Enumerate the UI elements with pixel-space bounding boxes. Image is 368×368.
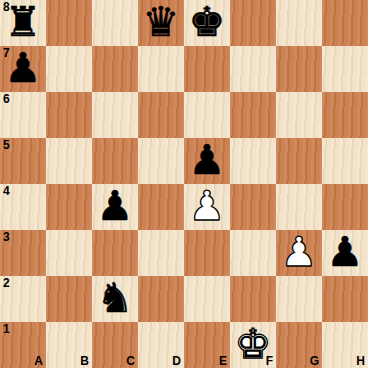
square-c1[interactable]: C xyxy=(92,322,138,368)
white-pawn[interactable]: ♟ xyxy=(184,184,230,230)
black-king[interactable]: ♚ xyxy=(184,0,230,46)
square-d5[interactable] xyxy=(138,138,184,184)
rank-label-5: 5 xyxy=(3,138,10,152)
file-label-d: D xyxy=(172,354,181,368)
black-pawn[interactable]: ♟ xyxy=(322,230,368,276)
square-g8[interactable] xyxy=(276,0,322,46)
square-h6[interactable] xyxy=(322,92,368,138)
square-e6[interactable] xyxy=(184,92,230,138)
black-queen[interactable]: ♛ xyxy=(138,0,184,46)
square-g5[interactable] xyxy=(276,138,322,184)
square-h5[interactable] xyxy=(322,138,368,184)
square-a6[interactable]: 6 xyxy=(0,92,46,138)
square-f7[interactable] xyxy=(230,46,276,92)
file-label-g: G xyxy=(310,354,319,368)
square-a4[interactable]: 4 xyxy=(0,184,46,230)
white-pawn[interactable]: ♟ xyxy=(276,230,322,276)
square-h7[interactable] xyxy=(322,46,368,92)
square-d6[interactable] xyxy=(138,92,184,138)
square-d7[interactable] xyxy=(138,46,184,92)
file-label-b: B xyxy=(80,354,89,368)
square-c3[interactable] xyxy=(92,230,138,276)
square-h4[interactable] xyxy=(322,184,368,230)
square-a3[interactable]: 3 xyxy=(0,230,46,276)
square-f3[interactable] xyxy=(230,230,276,276)
square-e1[interactable]: E xyxy=(184,322,230,368)
square-e5[interactable]: ♟ xyxy=(184,138,230,184)
rank-label-4: 4 xyxy=(3,184,10,198)
square-a1[interactable]: 1A xyxy=(0,322,46,368)
square-g4[interactable] xyxy=(276,184,322,230)
square-c7[interactable] xyxy=(92,46,138,92)
square-a7[interactable]: 7♟ xyxy=(0,46,46,92)
square-b5[interactable] xyxy=(46,138,92,184)
file-label-h: H xyxy=(356,354,365,368)
square-c4[interactable]: ♟ xyxy=(92,184,138,230)
rank-label-7: 7 xyxy=(3,46,10,60)
square-d1[interactable]: D xyxy=(138,322,184,368)
square-f8[interactable] xyxy=(230,0,276,46)
square-b8[interactable] xyxy=(46,0,92,46)
square-b3[interactable] xyxy=(46,230,92,276)
square-b2[interactable] xyxy=(46,276,92,322)
square-d8[interactable]: ♛ xyxy=(138,0,184,46)
rank-label-8: 8 xyxy=(3,0,10,14)
square-e3[interactable] xyxy=(184,230,230,276)
square-g6[interactable] xyxy=(276,92,322,138)
square-h8[interactable] xyxy=(322,0,368,46)
square-e7[interactable] xyxy=(184,46,230,92)
square-b1[interactable]: B xyxy=(46,322,92,368)
square-f2[interactable] xyxy=(230,276,276,322)
square-b4[interactable] xyxy=(46,184,92,230)
file-label-a: A xyxy=(34,354,43,368)
square-f5[interactable] xyxy=(230,138,276,184)
square-a8[interactable]: 8♜ xyxy=(0,0,46,46)
square-c8[interactable] xyxy=(92,0,138,46)
rank-label-3: 3 xyxy=(3,230,10,244)
square-c5[interactable] xyxy=(92,138,138,184)
square-f6[interactable] xyxy=(230,92,276,138)
square-f1[interactable]: F♚ xyxy=(230,322,276,368)
square-c6[interactable] xyxy=(92,92,138,138)
square-g3[interactable]: ♟ xyxy=(276,230,322,276)
square-h1[interactable]: H xyxy=(322,322,368,368)
file-label-e: E xyxy=(219,354,227,368)
square-e2[interactable] xyxy=(184,276,230,322)
square-h3[interactable]: ♟ xyxy=(322,230,368,276)
chess-board: 8♜♛♚7♟65♟4♟♟3♟♟2♞1ABCDEF♚GH xyxy=(0,0,368,368)
file-label-c: C xyxy=(126,354,135,368)
rank-label-6: 6 xyxy=(3,92,10,106)
black-pawn[interactable]: ♟ xyxy=(92,184,138,230)
square-d3[interactable] xyxy=(138,230,184,276)
square-e4[interactable]: ♟ xyxy=(184,184,230,230)
rank-label-1: 1 xyxy=(3,322,10,336)
square-d4[interactable] xyxy=(138,184,184,230)
black-knight[interactable]: ♞ xyxy=(92,276,138,322)
file-label-f: F xyxy=(266,354,273,368)
square-h2[interactable] xyxy=(322,276,368,322)
square-g1[interactable]: G xyxy=(276,322,322,368)
square-c2[interactable]: ♞ xyxy=(92,276,138,322)
square-g7[interactable] xyxy=(276,46,322,92)
square-a2[interactable]: 2 xyxy=(0,276,46,322)
square-d2[interactable] xyxy=(138,276,184,322)
rank-label-2: 2 xyxy=(3,276,10,290)
square-e8[interactable]: ♚ xyxy=(184,0,230,46)
square-a5[interactable]: 5 xyxy=(0,138,46,184)
square-b6[interactable] xyxy=(46,92,92,138)
square-f4[interactable] xyxy=(230,184,276,230)
square-g2[interactable] xyxy=(276,276,322,322)
square-b7[interactable] xyxy=(46,46,92,92)
black-pawn[interactable]: ♟ xyxy=(184,138,230,184)
